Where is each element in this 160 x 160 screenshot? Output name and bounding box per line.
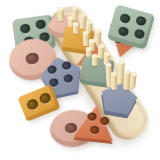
hole	[26, 98, 40, 111]
peg	[92, 54, 98, 66]
hole	[100, 117, 110, 126]
hole	[38, 92, 52, 105]
hole	[135, 15, 147, 26]
toy-product-photo	[0, 0, 160, 160]
hole	[133, 28, 145, 39]
peg	[58, 7, 65, 21]
hole	[20, 24, 31, 34]
hole	[35, 19, 46, 29]
peg	[73, 22, 79, 34]
loose-coral-triangle-bottom	[72, 102, 118, 142]
hole	[119, 13, 131, 24]
triangle-face	[72, 102, 118, 142]
hole	[117, 26, 129, 37]
peg	[111, 72, 117, 90]
